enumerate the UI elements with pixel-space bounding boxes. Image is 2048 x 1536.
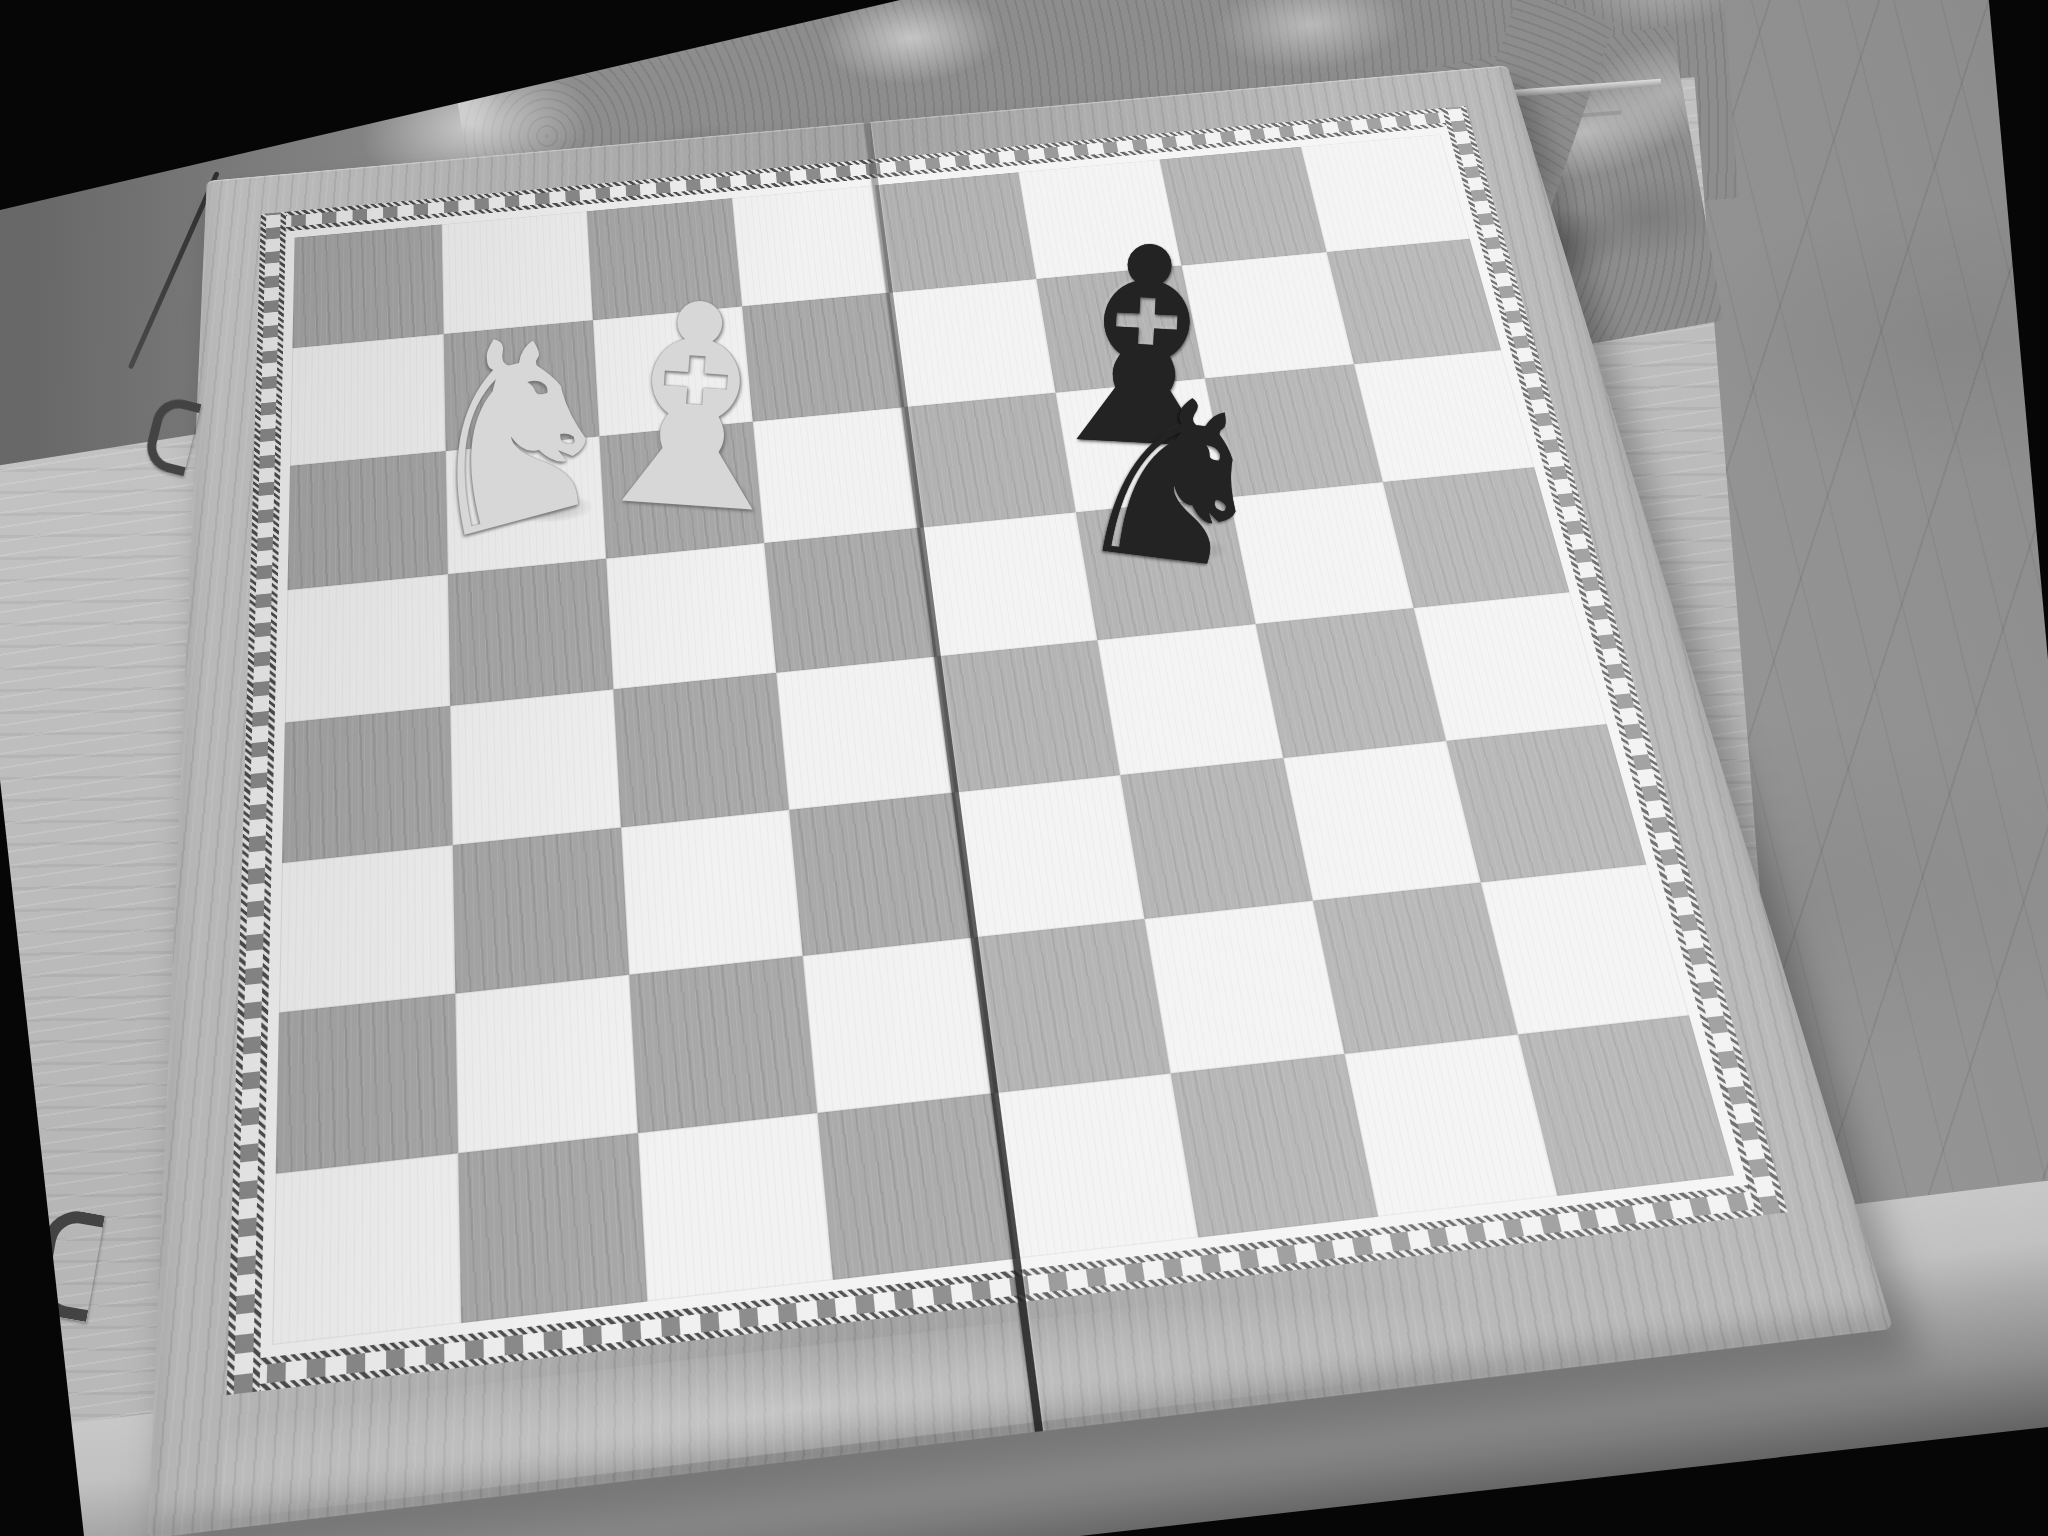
piece-white-bishop-c3[interactable]: ♝ — [559, 260, 829, 557]
photo-stage: ♞♝♝♞ — [0, 0, 2048, 1536]
piece-black-knight-f4[interactable]: ♞ — [1063, 360, 1288, 605]
